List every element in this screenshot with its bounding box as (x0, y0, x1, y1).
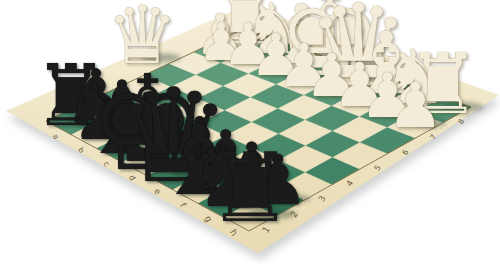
piece-black-rook-h1[interactable]: ♜ (207, 140, 293, 236)
piece-white-pawn-h7[interactable]: ♟ (387, 75, 443, 138)
chess-set-photo: abcdefgh12345678 ♜♞♝♚♛♝♞♜♟♟♟♟♟♟♟♟♟♟♟♟♟♟♟… (0, 0, 500, 264)
